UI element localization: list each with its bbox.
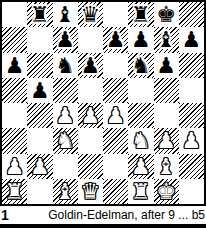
- white-pawn-g3: ♟: [156, 128, 176, 153]
- square-b8[interactable]: ♜: [27, 2, 52, 27]
- square-d7[interactable]: [78, 27, 103, 52]
- white-knight-f3: ♞: [131, 128, 151, 153]
- black-pawn-e7: ♟: [106, 27, 126, 52]
- black-pawn-a6: ♟: [5, 53, 25, 78]
- white-queen-d1: ♛: [81, 179, 101, 204]
- square-g4[interactable]: [154, 103, 179, 128]
- square-b2[interactable]: ♟: [27, 154, 52, 179]
- black-pawn-b5: ♟: [30, 78, 50, 103]
- square-d3[interactable]: [78, 128, 103, 153]
- square-g8[interactable]: ♚: [154, 2, 179, 27]
- square-h5[interactable]: [179, 78, 204, 103]
- square-c2[interactable]: [53, 154, 78, 179]
- square-e1[interactable]: [103, 179, 128, 204]
- square-f1[interactable]: ♜: [128, 179, 153, 204]
- square-d2[interactable]: [78, 154, 103, 179]
- square-a1[interactable]: ♜: [2, 179, 27, 204]
- square-h3[interactable]: ♟: [179, 128, 204, 153]
- white-pawn-e4: ♟: [106, 103, 126, 128]
- square-c8[interactable]: ♝: [53, 2, 78, 27]
- square-e4[interactable]: ♟: [103, 103, 128, 128]
- square-a4[interactable]: [2, 103, 27, 128]
- black-pawn-d6: ♟: [81, 53, 101, 78]
- black-pawn-g6: ♟: [156, 53, 176, 78]
- bottom-margin: [0, 228, 206, 232]
- square-a7[interactable]: [2, 27, 27, 52]
- black-knight-c6: ♞: [55, 53, 75, 78]
- square-g7[interactable]: ♝: [154, 27, 179, 52]
- square-f8[interactable]: ♜: [128, 2, 153, 27]
- white-pawn-c4: ♟: [55, 103, 75, 128]
- black-knight-f6: ♞: [131, 53, 151, 78]
- square-c6[interactable]: ♞: [53, 53, 78, 78]
- square-f7[interactable]: ♟: [128, 27, 153, 52]
- square-g5[interactable]: [154, 78, 179, 103]
- square-h2[interactable]: [179, 154, 204, 179]
- black-pawn-f7: ♟: [131, 27, 151, 52]
- square-b6[interactable]: [27, 53, 52, 78]
- square-g6[interactable]: ♟: [154, 53, 179, 78]
- square-a8[interactable]: [2, 2, 27, 27]
- black-rook-f8: ♜: [131, 2, 151, 27]
- square-a6[interactable]: ♟: [2, 53, 27, 78]
- white-pawn-h3: ♟: [182, 128, 202, 153]
- square-b5[interactable]: ♟: [27, 78, 52, 103]
- square-h4[interactable]: [179, 103, 204, 128]
- square-e6[interactable]: [103, 53, 128, 78]
- square-a2[interactable]: ♟: [2, 154, 27, 179]
- square-b7[interactable]: [27, 27, 52, 52]
- chess-diagram-page: ♜♝♛♜♚♟♟♟♝♟♟♞♟♞♟♟♟♟♟♞♞♟♟♟♟♟♝♜♝♛♜♚ 1 Goldi…: [0, 0, 206, 232]
- black-pawn-h7: ♟: [182, 27, 202, 52]
- black-bishop-g7: ♝: [156, 27, 176, 52]
- square-c7[interactable]: ♟: [53, 27, 78, 52]
- square-b3[interactable]: [27, 128, 52, 153]
- black-bishop-c8: ♝: [55, 2, 75, 27]
- square-f4[interactable]: [128, 103, 153, 128]
- square-d1[interactable]: ♛: [78, 179, 103, 204]
- square-g2[interactable]: ♝: [154, 154, 179, 179]
- black-pawn-c7: ♟: [55, 27, 75, 52]
- square-h7[interactable]: ♟: [179, 27, 204, 52]
- square-h8[interactable]: [179, 2, 204, 27]
- diagram-number: 1: [1, 206, 9, 224]
- square-d6[interactable]: ♟: [78, 53, 103, 78]
- square-h1[interactable]: [179, 179, 204, 204]
- square-c3[interactable]: ♞: [53, 128, 78, 153]
- square-b1[interactable]: [27, 179, 52, 204]
- square-g1[interactable]: ♚: [154, 179, 179, 204]
- square-c5[interactable]: [53, 78, 78, 103]
- square-e5[interactable]: [103, 78, 128, 103]
- white-rook-f1: ♜: [131, 179, 151, 204]
- square-f2[interactable]: ♟: [128, 154, 153, 179]
- square-h6[interactable]: [179, 53, 204, 78]
- square-b4[interactable]: [27, 103, 52, 128]
- white-pawn-b2: ♟: [30, 154, 50, 179]
- white-knight-c3: ♞: [55, 128, 75, 153]
- white-bishop-g2: ♝: [156, 154, 176, 179]
- square-d4[interactable]: ♟: [78, 103, 103, 128]
- square-f3[interactable]: ♞: [128, 128, 153, 153]
- square-c1[interactable]: ♝: [53, 179, 78, 204]
- diagram-caption: Goldin-Edelman, after 9 ... b5: [48, 206, 205, 224]
- chess-board: ♜♝♛♜♚♟♟♟♝♟♟♞♟♞♟♟♟♟♟♞♞♟♟♟♟♟♝♜♝♛♜♚: [0, 0, 206, 206]
- diagram-footer: 1 Goldin-Edelman, after 9 ... b5: [0, 206, 206, 224]
- white-pawn-d4: ♟: [81, 103, 101, 128]
- square-e2[interactable]: [103, 154, 128, 179]
- square-f6[interactable]: ♞: [128, 53, 153, 78]
- black-queen-d8: ♛: [81, 2, 101, 27]
- square-a3[interactable]: [2, 128, 27, 153]
- square-c4[interactable]: ♟: [53, 103, 78, 128]
- black-king-g8: ♚: [156, 2, 176, 27]
- white-rook-a1: ♜: [5, 179, 25, 204]
- white-bishop-c1: ♝: [55, 179, 75, 204]
- square-d5[interactable]: [78, 78, 103, 103]
- white-pawn-a2: ♟: [5, 154, 25, 179]
- white-pawn-f2: ♟: [131, 154, 151, 179]
- white-king-g1: ♚: [156, 179, 176, 204]
- square-e7[interactable]: ♟: [103, 27, 128, 52]
- black-rook-b8: ♜: [30, 2, 50, 27]
- square-e3[interactable]: [103, 128, 128, 153]
- square-e8[interactable]: [103, 2, 128, 27]
- square-g3[interactable]: ♟: [154, 128, 179, 153]
- square-f5[interactable]: [128, 78, 153, 103]
- square-d8[interactable]: ♛: [78, 2, 103, 27]
- square-a5[interactable]: [2, 78, 27, 103]
